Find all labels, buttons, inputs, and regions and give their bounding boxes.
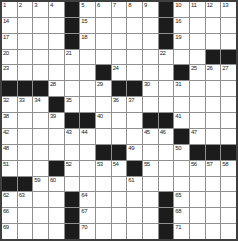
clue-number: 46 bbox=[160, 129, 166, 136]
clue-number: 21 bbox=[66, 50, 72, 57]
white-cell[interactable] bbox=[49, 34, 64, 49]
clue-number: 30 bbox=[144, 81, 150, 88]
white-cell[interactable] bbox=[206, 113, 221, 128]
white-cell[interactable] bbox=[206, 97, 221, 112]
clue-number: 35 bbox=[66, 97, 72, 104]
clue-number: 56 bbox=[191, 161, 197, 168]
clue-number: 40 bbox=[97, 113, 103, 120]
white-cell[interactable] bbox=[143, 34, 158, 49]
white-cell[interactable]: 5 bbox=[80, 2, 95, 17]
black-cell bbox=[127, 81, 142, 96]
white-cell[interactable]: 66 bbox=[2, 208, 17, 223]
white-cell[interactable] bbox=[127, 129, 142, 144]
white-cell[interactable] bbox=[127, 18, 142, 33]
white-cell[interactable] bbox=[159, 65, 174, 80]
white-cell[interactable] bbox=[190, 177, 205, 192]
white-cell[interactable]: 56 bbox=[190, 161, 205, 176]
white-cell[interactable]: 4 bbox=[49, 2, 64, 17]
black-cell bbox=[2, 177, 17, 192]
white-cell[interactable]: 27 bbox=[221, 65, 236, 80]
crossword-puzzle: 1234567891011121314151617181920212223242… bbox=[0, 0, 238, 241]
clue-number: 5 bbox=[81, 2, 84, 9]
white-cell[interactable] bbox=[96, 129, 111, 144]
white-cell[interactable] bbox=[159, 81, 174, 96]
clue-number: 43 bbox=[66, 129, 72, 136]
white-cell[interactable] bbox=[190, 34, 205, 49]
white-cell[interactable] bbox=[65, 177, 80, 192]
white-cell[interactable]: 9 bbox=[143, 2, 158, 17]
white-cell[interactable] bbox=[112, 34, 127, 49]
clue-number: 44 bbox=[81, 129, 87, 136]
white-cell[interactable] bbox=[143, 208, 158, 223]
white-cell[interactable] bbox=[206, 81, 221, 96]
white-cell[interactable] bbox=[33, 34, 48, 49]
black-cell bbox=[159, 208, 174, 223]
white-cell[interactable] bbox=[221, 192, 236, 207]
white-cell[interactable] bbox=[112, 129, 127, 144]
white-cell[interactable]: 10 bbox=[174, 2, 189, 17]
white-cell[interactable]: 44 bbox=[80, 129, 95, 144]
white-cell[interactable] bbox=[143, 177, 158, 192]
clue-number: 71 bbox=[175, 224, 181, 231]
white-cell[interactable] bbox=[174, 177, 189, 192]
white-cell[interactable]: 37 bbox=[127, 97, 142, 112]
clue-number: 55 bbox=[144, 161, 150, 168]
clue-number: 57 bbox=[207, 161, 213, 168]
white-cell[interactable]: 18 bbox=[80, 34, 95, 49]
clue-number: 9 bbox=[144, 2, 147, 9]
white-cell[interactable] bbox=[143, 192, 158, 207]
black-cell bbox=[221, 145, 236, 160]
white-cell[interactable] bbox=[143, 50, 158, 65]
white-cell[interactable] bbox=[18, 113, 33, 128]
clue-number: 36 bbox=[113, 97, 119, 104]
black-cell bbox=[221, 50, 236, 65]
white-cell[interactable] bbox=[174, 97, 189, 112]
black-cell bbox=[65, 224, 80, 239]
clue-number: 1 bbox=[3, 2, 6, 9]
white-cell[interactable]: 2 bbox=[18, 2, 33, 17]
black-cell bbox=[112, 145, 127, 160]
white-cell[interactable] bbox=[127, 65, 142, 80]
white-cell[interactable] bbox=[18, 145, 33, 160]
white-cell[interactable] bbox=[221, 34, 236, 49]
clue-number: 22 bbox=[160, 50, 166, 57]
white-cell[interactable]: 47 bbox=[190, 129, 205, 144]
clue-number: 19 bbox=[175, 34, 181, 41]
white-cell[interactable] bbox=[33, 18, 48, 33]
clue-number: 53 bbox=[97, 161, 103, 168]
clue-number: 62 bbox=[3, 192, 9, 199]
black-cell bbox=[65, 18, 80, 33]
clue-number: 14 bbox=[3, 18, 9, 25]
black-cell bbox=[112, 81, 127, 96]
black-cell bbox=[174, 129, 189, 144]
white-cell[interactable] bbox=[221, 113, 236, 128]
white-cell[interactable]: 39 bbox=[49, 113, 64, 128]
white-cell[interactable]: 20 bbox=[2, 50, 17, 65]
clue-number: 50 bbox=[175, 145, 181, 152]
black-cell bbox=[18, 81, 33, 96]
clue-number: 13 bbox=[222, 2, 228, 9]
clue-number: 59 bbox=[34, 177, 40, 184]
black-cell bbox=[96, 145, 111, 160]
black-cell bbox=[49, 161, 64, 176]
clue-number: 67 bbox=[81, 208, 87, 215]
white-cell[interactable] bbox=[49, 224, 64, 239]
white-cell[interactable]: 24 bbox=[112, 65, 127, 80]
white-cell[interactable]: 15 bbox=[80, 18, 95, 33]
white-cell[interactable]: 1 bbox=[2, 2, 17, 17]
white-cell[interactable]: 67 bbox=[80, 208, 95, 223]
white-cell[interactable]: 51 bbox=[2, 161, 17, 176]
white-cell[interactable]: 6 bbox=[96, 2, 111, 17]
white-cell[interactable]: 7 bbox=[112, 2, 127, 17]
white-cell[interactable] bbox=[80, 161, 95, 176]
white-cell[interactable] bbox=[159, 97, 174, 112]
white-cell[interactable]: 59 bbox=[33, 177, 48, 192]
white-cell[interactable] bbox=[221, 97, 236, 112]
clue-number: 47 bbox=[191, 129, 197, 136]
white-cell[interactable] bbox=[221, 129, 236, 144]
white-cell[interactable]: 52 bbox=[65, 161, 80, 176]
clue-number: 11 bbox=[191, 2, 196, 9]
white-cell[interactable] bbox=[159, 177, 174, 192]
white-cell[interactable] bbox=[112, 192, 127, 207]
white-cell[interactable]: 34 bbox=[33, 97, 48, 112]
white-cell[interactable] bbox=[33, 65, 48, 80]
white-cell[interactable] bbox=[190, 208, 205, 223]
white-cell[interactable] bbox=[49, 18, 64, 33]
white-cell[interactable] bbox=[49, 145, 64, 160]
white-cell[interactable]: 68 bbox=[174, 208, 189, 223]
clue-number: 16 bbox=[175, 18, 181, 25]
white-cell[interactable]: 62 bbox=[2, 192, 17, 207]
black-cell bbox=[206, 145, 221, 160]
white-cell[interactable]: 22 bbox=[159, 50, 174, 65]
black-cell bbox=[174, 65, 189, 80]
white-cell[interactable]: 61 bbox=[127, 177, 142, 192]
white-cell[interactable] bbox=[206, 18, 221, 33]
white-cell[interactable] bbox=[65, 65, 80, 80]
white-cell[interactable] bbox=[190, 97, 205, 112]
white-cell[interactable] bbox=[221, 177, 236, 192]
white-cell[interactable]: 58 bbox=[221, 161, 236, 176]
white-cell[interactable] bbox=[112, 208, 127, 223]
white-cell[interactable] bbox=[33, 50, 48, 65]
clue-number: 34 bbox=[34, 97, 40, 104]
clue-number: 28 bbox=[50, 81, 56, 88]
white-cell[interactable] bbox=[112, 224, 127, 239]
white-cell[interactable]: 30 bbox=[143, 81, 158, 96]
clue-number: 66 bbox=[3, 208, 9, 215]
white-cell[interactable] bbox=[49, 65, 64, 80]
clue-number: 29 bbox=[97, 81, 103, 88]
white-cell[interactable] bbox=[206, 34, 221, 49]
clue-number: 63 bbox=[19, 192, 25, 199]
white-cell[interactable] bbox=[33, 224, 48, 239]
clue-number: 39 bbox=[50, 113, 56, 120]
clue-number: 69 bbox=[3, 224, 9, 231]
clue-number: 20 bbox=[3, 50, 9, 57]
clue-number: 65 bbox=[175, 192, 181, 199]
black-cell bbox=[143, 113, 158, 128]
clue-number: 26 bbox=[207, 65, 213, 72]
white-cell[interactable]: 53 bbox=[96, 161, 111, 176]
white-cell[interactable]: 57 bbox=[206, 161, 221, 176]
white-cell[interactable]: 49 bbox=[127, 145, 142, 160]
clue-number: 58 bbox=[222, 161, 228, 168]
white-cell[interactable]: 25 bbox=[190, 65, 205, 80]
clue-number: 68 bbox=[175, 208, 181, 215]
white-cell[interactable] bbox=[190, 113, 205, 128]
clue-number: 23 bbox=[3, 65, 9, 72]
black-cell bbox=[2, 81, 17, 96]
clue-number: 41 bbox=[175, 113, 181, 120]
white-cell[interactable]: 64 bbox=[80, 192, 95, 207]
clue-number: 33 bbox=[19, 97, 25, 104]
white-cell[interactable]: 40 bbox=[96, 113, 111, 128]
black-cell bbox=[65, 208, 80, 223]
white-cell[interactable]: 19 bbox=[174, 34, 189, 49]
white-cell[interactable] bbox=[190, 81, 205, 96]
clue-number: 64 bbox=[81, 192, 87, 199]
white-cell[interactable] bbox=[221, 18, 236, 33]
white-cell[interactable] bbox=[112, 18, 127, 33]
white-cell[interactable] bbox=[49, 50, 64, 65]
white-cell[interactable]: 13 bbox=[221, 2, 236, 17]
white-cell[interactable] bbox=[206, 224, 221, 239]
black-cell bbox=[159, 113, 174, 128]
clue-number: 4 bbox=[50, 2, 53, 9]
white-cell[interactable] bbox=[143, 97, 158, 112]
white-cell[interactable] bbox=[206, 177, 221, 192]
white-cell[interactable] bbox=[143, 18, 158, 33]
white-cell[interactable] bbox=[206, 192, 221, 207]
crossword-grid: 1234567891011121314151617181920212223242… bbox=[0, 0, 238, 241]
white-cell[interactable] bbox=[221, 224, 236, 239]
white-cell[interactable] bbox=[190, 50, 205, 65]
clue-number: 32 bbox=[3, 97, 9, 104]
black-cell bbox=[159, 34, 174, 49]
white-cell[interactable] bbox=[127, 113, 142, 128]
black-cell bbox=[127, 161, 142, 176]
white-cell[interactable] bbox=[206, 208, 221, 223]
clue-number: 42 bbox=[3, 129, 9, 136]
white-cell[interactable] bbox=[174, 161, 189, 176]
white-cell[interactable]: 21 bbox=[65, 50, 80, 65]
white-cell[interactable]: 28 bbox=[49, 81, 64, 96]
white-cell[interactable] bbox=[96, 18, 111, 33]
white-cell[interactable]: 33 bbox=[18, 97, 33, 112]
white-cell[interactable]: 41 bbox=[174, 113, 189, 128]
clue-number: 24 bbox=[113, 65, 119, 72]
white-cell[interactable] bbox=[33, 129, 48, 144]
white-cell[interactable] bbox=[18, 129, 33, 144]
white-cell[interactable]: 46 bbox=[159, 129, 174, 144]
white-cell[interactable] bbox=[143, 224, 158, 239]
black-cell bbox=[96, 65, 111, 80]
clue-number: 45 bbox=[144, 129, 150, 136]
white-cell[interactable] bbox=[96, 50, 111, 65]
white-cell[interactable]: 43 bbox=[65, 129, 80, 144]
white-cell[interactable] bbox=[96, 224, 111, 239]
white-cell[interactable] bbox=[18, 34, 33, 49]
white-cell[interactable] bbox=[96, 34, 111, 49]
white-cell[interactable] bbox=[18, 208, 33, 223]
white-cell[interactable] bbox=[127, 34, 142, 49]
white-cell[interactable]: 36 bbox=[112, 97, 127, 112]
white-cell[interactable]: 48 bbox=[2, 145, 17, 160]
white-cell[interactable] bbox=[33, 161, 48, 176]
white-cell[interactable]: 65 bbox=[174, 192, 189, 207]
black-cell bbox=[65, 113, 80, 128]
clue-number: 8 bbox=[128, 2, 131, 9]
clue-number: 15 bbox=[81, 18, 87, 25]
white-cell[interactable] bbox=[159, 145, 174, 160]
black-cell bbox=[65, 2, 80, 17]
white-cell[interactable] bbox=[190, 192, 205, 207]
black-cell bbox=[159, 224, 174, 239]
black-cell bbox=[159, 192, 174, 207]
white-cell[interactable] bbox=[112, 113, 127, 128]
clue-number: 27 bbox=[222, 65, 228, 72]
white-cell[interactable] bbox=[159, 161, 174, 176]
black-cell bbox=[65, 34, 80, 49]
white-cell[interactable] bbox=[33, 145, 48, 160]
white-cell[interactable]: 8 bbox=[127, 2, 142, 17]
white-cell[interactable] bbox=[80, 65, 95, 80]
black-cell bbox=[18, 177, 33, 192]
white-cell[interactable]: 35 bbox=[65, 97, 80, 112]
clue-number: 17 bbox=[3, 34, 9, 41]
white-cell[interactable]: 42 bbox=[2, 129, 17, 144]
clue-number: 54 bbox=[113, 161, 119, 168]
black-cell bbox=[33, 81, 48, 96]
clue-number: 38 bbox=[3, 113, 9, 120]
white-cell[interactable]: 45 bbox=[143, 129, 158, 144]
white-cell[interactable]: 14 bbox=[2, 18, 17, 33]
white-cell[interactable] bbox=[65, 81, 80, 96]
clue-number: 37 bbox=[128, 97, 134, 104]
white-cell[interactable] bbox=[49, 192, 64, 207]
white-cell[interactable]: 23 bbox=[2, 65, 17, 80]
white-cell[interactable] bbox=[80, 145, 95, 160]
white-cell[interactable] bbox=[221, 81, 236, 96]
white-cell[interactable]: 55 bbox=[143, 161, 158, 176]
white-cell[interactable] bbox=[18, 224, 33, 239]
white-cell[interactable] bbox=[80, 177, 95, 192]
white-cell[interactable] bbox=[33, 113, 48, 128]
black-cell bbox=[159, 2, 174, 17]
white-cell[interactable] bbox=[112, 177, 127, 192]
white-cell[interactable] bbox=[127, 224, 142, 239]
clue-number: 70 bbox=[81, 224, 87, 231]
white-cell[interactable] bbox=[96, 192, 111, 207]
white-cell[interactable]: 71 bbox=[174, 224, 189, 239]
white-cell[interactable] bbox=[18, 50, 33, 65]
clue-number: 48 bbox=[3, 145, 9, 152]
black-cell bbox=[206, 50, 221, 65]
clue-number: 18 bbox=[81, 34, 87, 41]
white-cell[interactable] bbox=[112, 50, 127, 65]
white-cell[interactable] bbox=[18, 18, 33, 33]
clue-number: 25 bbox=[191, 65, 197, 72]
white-cell[interactable] bbox=[174, 50, 189, 65]
white-cell[interactable]: 50 bbox=[174, 145, 189, 160]
white-cell[interactable]: 38 bbox=[2, 113, 17, 128]
white-cell[interactable] bbox=[143, 145, 158, 160]
white-cell[interactable] bbox=[80, 97, 95, 112]
clue-number: 51 bbox=[3, 161, 9, 168]
white-cell[interactable] bbox=[206, 129, 221, 144]
white-cell[interactable]: 29 bbox=[96, 81, 111, 96]
black-cell bbox=[80, 113, 95, 128]
clue-number: 49 bbox=[128, 145, 134, 152]
clue-number: 12 bbox=[207, 2, 213, 9]
clue-number: 2 bbox=[19, 2, 22, 9]
black-cell bbox=[65, 192, 80, 207]
white-cell[interactable]: 3 bbox=[33, 2, 48, 17]
clue-number: 6 bbox=[97, 2, 100, 9]
white-cell[interactable] bbox=[96, 177, 111, 192]
white-cell[interactable] bbox=[127, 208, 142, 223]
clue-number: 10 bbox=[175, 2, 181, 9]
white-cell[interactable] bbox=[80, 50, 95, 65]
clue-number: 52 bbox=[66, 161, 72, 168]
white-cell[interactable] bbox=[143, 65, 158, 80]
white-cell[interactable]: 32 bbox=[2, 97, 17, 112]
black-cell bbox=[190, 145, 205, 160]
white-cell[interactable] bbox=[190, 18, 205, 33]
white-cell[interactable]: 70 bbox=[80, 224, 95, 239]
white-cell[interactable]: 26 bbox=[206, 65, 221, 80]
white-cell[interactable]: 16 bbox=[174, 18, 189, 33]
white-cell[interactable]: 12 bbox=[206, 2, 221, 17]
clue-number: 61 bbox=[128, 177, 134, 184]
white-cell[interactable] bbox=[18, 65, 33, 80]
white-cell[interactable] bbox=[33, 192, 48, 207]
clue-number: 60 bbox=[50, 177, 56, 184]
white-cell[interactable]: 54 bbox=[112, 161, 127, 176]
white-cell[interactable] bbox=[49, 208, 64, 223]
white-cell[interactable]: 69 bbox=[2, 224, 17, 239]
white-cell[interactable] bbox=[65, 145, 80, 160]
white-cell[interactable] bbox=[190, 224, 205, 239]
black-cell bbox=[49, 97, 64, 112]
white-cell[interactable]: 60 bbox=[49, 177, 64, 192]
clue-number: 7 bbox=[113, 2, 116, 9]
white-cell[interactable] bbox=[33, 208, 48, 223]
white-cell[interactable]: 11 bbox=[190, 2, 205, 17]
black-cell bbox=[159, 18, 174, 33]
white-cell[interactable] bbox=[127, 50, 142, 65]
white-cell[interactable] bbox=[80, 81, 95, 96]
white-cell[interactable] bbox=[96, 97, 111, 112]
white-cell[interactable] bbox=[18, 161, 33, 176]
white-cell[interactable]: 63 bbox=[18, 192, 33, 207]
white-cell[interactable] bbox=[127, 192, 142, 207]
white-cell[interactable] bbox=[49, 129, 64, 144]
clue-number: 31 bbox=[175, 81, 181, 88]
white-cell[interactable]: 17 bbox=[2, 34, 17, 49]
clue-number: 3 bbox=[34, 2, 37, 9]
white-cell[interactable] bbox=[221, 208, 236, 223]
white-cell[interactable] bbox=[96, 208, 111, 223]
white-cell[interactable]: 31 bbox=[174, 81, 189, 96]
